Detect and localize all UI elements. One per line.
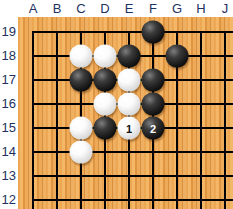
row-label-19: 19 bbox=[0, 24, 16, 40]
black-stone-D15[interactable] bbox=[94, 117, 117, 140]
column-label-H: H bbox=[193, 1, 209, 16]
goban[interactable]: 12 bbox=[18, 17, 233, 209]
row-label-14: 14 bbox=[0, 144, 16, 160]
row-label-18: 18 bbox=[0, 48, 16, 64]
column-label-B: B bbox=[49, 1, 65, 16]
black-stone-F19[interactable] bbox=[142, 21, 165, 44]
row-label-16: 16 bbox=[0, 96, 16, 112]
column-label-J: J bbox=[217, 1, 233, 16]
white-stone-C15[interactable] bbox=[70, 117, 93, 140]
black-stone-F16[interactable] bbox=[142, 93, 165, 116]
grid-line-column-H bbox=[200, 31, 202, 209]
column-label-E: E bbox=[121, 1, 137, 16]
white-stone-C18[interactable] bbox=[70, 45, 93, 68]
black-stone-E18[interactable] bbox=[118, 45, 141, 68]
grid-line-column-A bbox=[32, 31, 34, 209]
column-label-D: D bbox=[97, 1, 113, 16]
white-stone-E16[interactable] bbox=[118, 93, 141, 116]
white-stone-D16[interactable] bbox=[94, 93, 117, 116]
row-label-15: 15 bbox=[0, 120, 16, 136]
black-stone-F15-move-2[interactable]: 2 bbox=[142, 117, 165, 140]
row-label-12: 12 bbox=[0, 192, 16, 208]
grid-line-row-14 bbox=[32, 151, 233, 153]
black-stone-D17[interactable] bbox=[94, 69, 117, 92]
column-label-F: F bbox=[145, 1, 161, 16]
row-label-17: 17 bbox=[0, 72, 16, 88]
white-stone-E17[interactable] bbox=[118, 69, 141, 92]
row-label-13: 13 bbox=[0, 168, 16, 184]
grid-line-row-12 bbox=[32, 199, 233, 201]
grid-line-column-J bbox=[224, 31, 226, 209]
white-stone-D18[interactable] bbox=[94, 45, 117, 68]
white-stone-C14[interactable] bbox=[70, 141, 93, 164]
column-label-G: G bbox=[169, 1, 185, 16]
grid-line-column-B bbox=[56, 31, 58, 209]
column-label-C: C bbox=[73, 1, 89, 16]
black-stone-G18[interactable] bbox=[166, 45, 189, 68]
white-stone-E15-move-1[interactable]: 1 bbox=[118, 117, 141, 140]
grid-line-row-19 bbox=[32, 31, 233, 33]
column-label-A: A bbox=[25, 1, 41, 16]
go-board-app: 12 ABCDEFGHJ1918171615141312 bbox=[0, 0, 233, 209]
black-stone-F17[interactable] bbox=[142, 69, 165, 92]
black-stone-C17[interactable] bbox=[70, 69, 93, 92]
grid-line-row-13 bbox=[32, 175, 233, 177]
